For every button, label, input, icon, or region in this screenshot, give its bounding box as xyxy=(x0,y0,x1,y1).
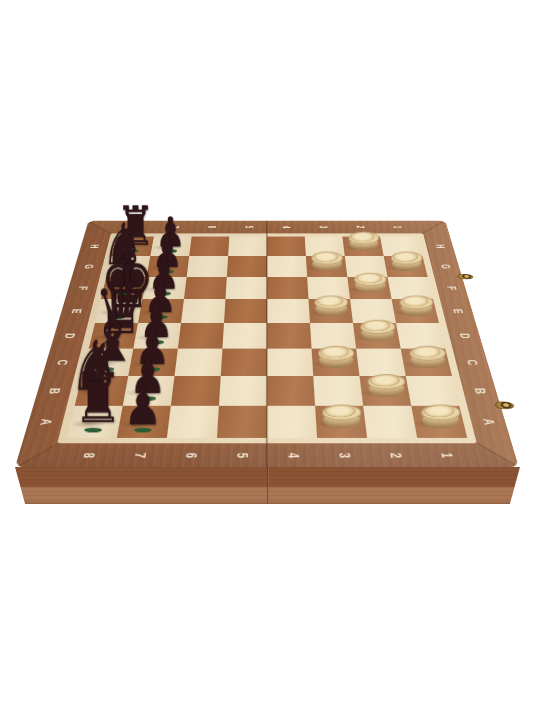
square-f5[interactable] xyxy=(225,277,267,299)
coord-file-left-H: H xyxy=(87,244,101,248)
checker-top xyxy=(409,346,445,361)
coord-rank-far-5: 5 xyxy=(242,226,254,229)
coord-rank-near-6: 6 xyxy=(182,453,199,458)
square-c6[interactable] xyxy=(174,349,222,377)
frame-miter-seam xyxy=(15,442,60,467)
coord-rank-near-4: 4 xyxy=(284,453,301,458)
coord-file-right-E: E xyxy=(450,309,465,313)
coord-rank-far-7: 7 xyxy=(168,226,181,229)
square-c4[interactable] xyxy=(267,349,313,377)
checker-top xyxy=(318,346,354,361)
square-h2[interactable] xyxy=(342,237,383,257)
checker-top xyxy=(322,404,361,420)
checker-top xyxy=(367,374,405,389)
coord-file-left-C: C xyxy=(54,359,70,365)
square-g6[interactable] xyxy=(187,256,228,277)
square-h3[interactable] xyxy=(305,237,345,257)
coord-rank-near-2: 2 xyxy=(386,453,403,458)
square-g4[interactable] xyxy=(267,256,307,277)
product-photo-stage: 8877665544332211HHGGFFEEDDCCBBAA ♜♞♝♛♚♝♞… xyxy=(0,0,540,720)
coord-file-right-D: D xyxy=(457,333,473,338)
square-g7[interactable] xyxy=(146,256,189,277)
square-b4[interactable] xyxy=(267,376,315,406)
square-g5[interactable] xyxy=(227,256,267,277)
draughts-man-a3[interactable] xyxy=(322,404,361,428)
coord-rank-near-8: 8 xyxy=(79,453,97,458)
square-h4[interactable] xyxy=(267,237,306,257)
rook-glyph: ♜ xyxy=(73,363,113,432)
square-f6[interactable] xyxy=(184,277,227,299)
square-a6[interactable] xyxy=(167,406,219,438)
board-frame-right-rail xyxy=(420,221,519,468)
coord-file-right-B: B xyxy=(471,388,488,394)
coord-rank-near-3: 3 xyxy=(335,453,352,458)
coord-rank-near-5: 5 xyxy=(233,453,250,458)
checker-top xyxy=(360,319,395,333)
coord-file-left-B: B xyxy=(46,388,63,394)
coord-rank-far-2: 2 xyxy=(354,226,367,229)
square-e4[interactable] xyxy=(267,299,310,323)
square-f2[interactable] xyxy=(347,277,391,299)
square-c2[interactable] xyxy=(356,349,406,377)
square-b5[interactable] xyxy=(219,376,267,406)
coord-rank-near-7: 7 xyxy=(130,453,147,458)
draughts-man-a1[interactable] xyxy=(421,404,460,428)
square-d6[interactable] xyxy=(178,323,224,349)
draughts-man-d2[interactable] xyxy=(360,319,395,341)
square-a5[interactable] xyxy=(217,406,267,438)
folding-chessboard: 8877665544332211HHGGFFEEDDCCBBAA ♜♞♝♛♚♝♞… xyxy=(15,221,519,468)
frame-miter-seam xyxy=(475,442,519,468)
square-a4[interactable] xyxy=(267,406,317,438)
draughts-man-b2[interactable] xyxy=(367,374,405,397)
coord-file-left-A: A xyxy=(37,418,55,424)
square-b3[interactable] xyxy=(313,376,363,406)
coord-rank-near-1: 1 xyxy=(437,453,455,458)
board-front-edge xyxy=(15,467,520,504)
square-h8[interactable] xyxy=(111,237,153,257)
square-f3[interactable] xyxy=(307,277,350,299)
coord-file-right-A: A xyxy=(479,418,497,424)
square-d1[interactable] xyxy=(396,323,445,349)
coord-file-left-E: E xyxy=(69,309,84,313)
draughts-man-c1[interactable] xyxy=(409,346,445,368)
coord-file-right-F: F xyxy=(444,286,458,290)
coord-file-right-G: G xyxy=(438,264,452,269)
square-e5[interactable] xyxy=(224,299,267,323)
coord-rank-far-8: 8 xyxy=(131,226,144,229)
pawn-glyph: ♟ xyxy=(123,379,163,432)
square-g2[interactable] xyxy=(345,256,388,277)
checker-top xyxy=(421,404,460,420)
coord-rank-far-6: 6 xyxy=(205,226,217,229)
square-h5[interactable] xyxy=(228,237,267,257)
square-e1[interactable] xyxy=(392,299,439,323)
square-f1[interactable] xyxy=(388,277,434,299)
square-h6[interactable] xyxy=(189,237,229,257)
draughts-man-c3[interactable] xyxy=(318,346,354,368)
board-fold-seam xyxy=(266,221,268,468)
coord-file-right-C: C xyxy=(464,359,480,365)
square-a2[interactable] xyxy=(363,406,417,438)
chess-piece-pawn-a7[interactable]: ♟ xyxy=(123,379,163,432)
coord-rank-far-3: 3 xyxy=(316,226,328,229)
square-h1[interactable] xyxy=(380,237,422,257)
square-b1[interactable] xyxy=(406,376,460,406)
square-e3[interactable] xyxy=(309,299,353,323)
square-h7[interactable] xyxy=(150,237,191,257)
square-e6[interactable] xyxy=(181,299,225,323)
coord-file-left-F: F xyxy=(76,286,90,290)
square-f4[interactable] xyxy=(267,277,309,299)
board-frame-near-rail xyxy=(15,443,519,467)
square-g1[interactable] xyxy=(384,256,428,277)
chess-piece-rook-a8[interactable]: ♜ xyxy=(73,363,113,432)
square-d5[interactable] xyxy=(222,323,267,349)
coord-rank-far-1: 1 xyxy=(391,226,404,229)
square-g3[interactable] xyxy=(306,256,347,277)
front-edge-fold-seam xyxy=(267,467,269,504)
square-d4[interactable] xyxy=(267,323,312,349)
square-c5[interactable] xyxy=(221,349,267,377)
coord-file-right-H: H xyxy=(433,244,447,248)
square-b6[interactable] xyxy=(171,376,221,406)
coord-rank-far-4: 4 xyxy=(279,226,291,229)
